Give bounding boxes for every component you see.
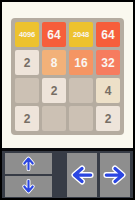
tile-2048: 2048 (69, 22, 93, 47)
app-screen: 4096642048642816322422 (0, 0, 135, 200)
vertical-move-buttons (5, 153, 52, 197)
horizontal-move-buttons (67, 153, 130, 197)
empty-cell (15, 78, 39, 103)
tile-8: 8 (42, 50, 66, 75)
play-area: 4096642048642816322422 (2, 2, 133, 148)
control-bar (2, 148, 133, 198)
left-arrow-icon (69, 162, 95, 188)
empty-cell (42, 106, 66, 131)
empty-cell (69, 106, 93, 131)
tile-4: 4 (96, 78, 120, 103)
tile-32: 32 (96, 50, 120, 75)
tile-2: 2 (96, 106, 120, 131)
move-down-button[interactable] (5, 176, 52, 197)
tile-16: 16 (69, 50, 93, 75)
down-arrow-icon (20, 178, 37, 195)
tile-64: 64 (42, 22, 66, 47)
tile-2: 2 (15, 50, 39, 75)
game-board: 4096642048642816322422 (11, 18, 124, 135)
move-right-button[interactable] (100, 153, 130, 197)
tile-4096: 4096 (15, 22, 39, 47)
tile-64: 64 (96, 22, 120, 47)
empty-cell (69, 78, 93, 103)
right-arrow-icon (102, 162, 128, 188)
move-left-button[interactable] (67, 153, 97, 197)
tile-2: 2 (15, 106, 39, 131)
tile-2: 2 (42, 78, 66, 103)
up-arrow-icon (20, 155, 37, 172)
move-up-button[interactable] (5, 153, 52, 174)
